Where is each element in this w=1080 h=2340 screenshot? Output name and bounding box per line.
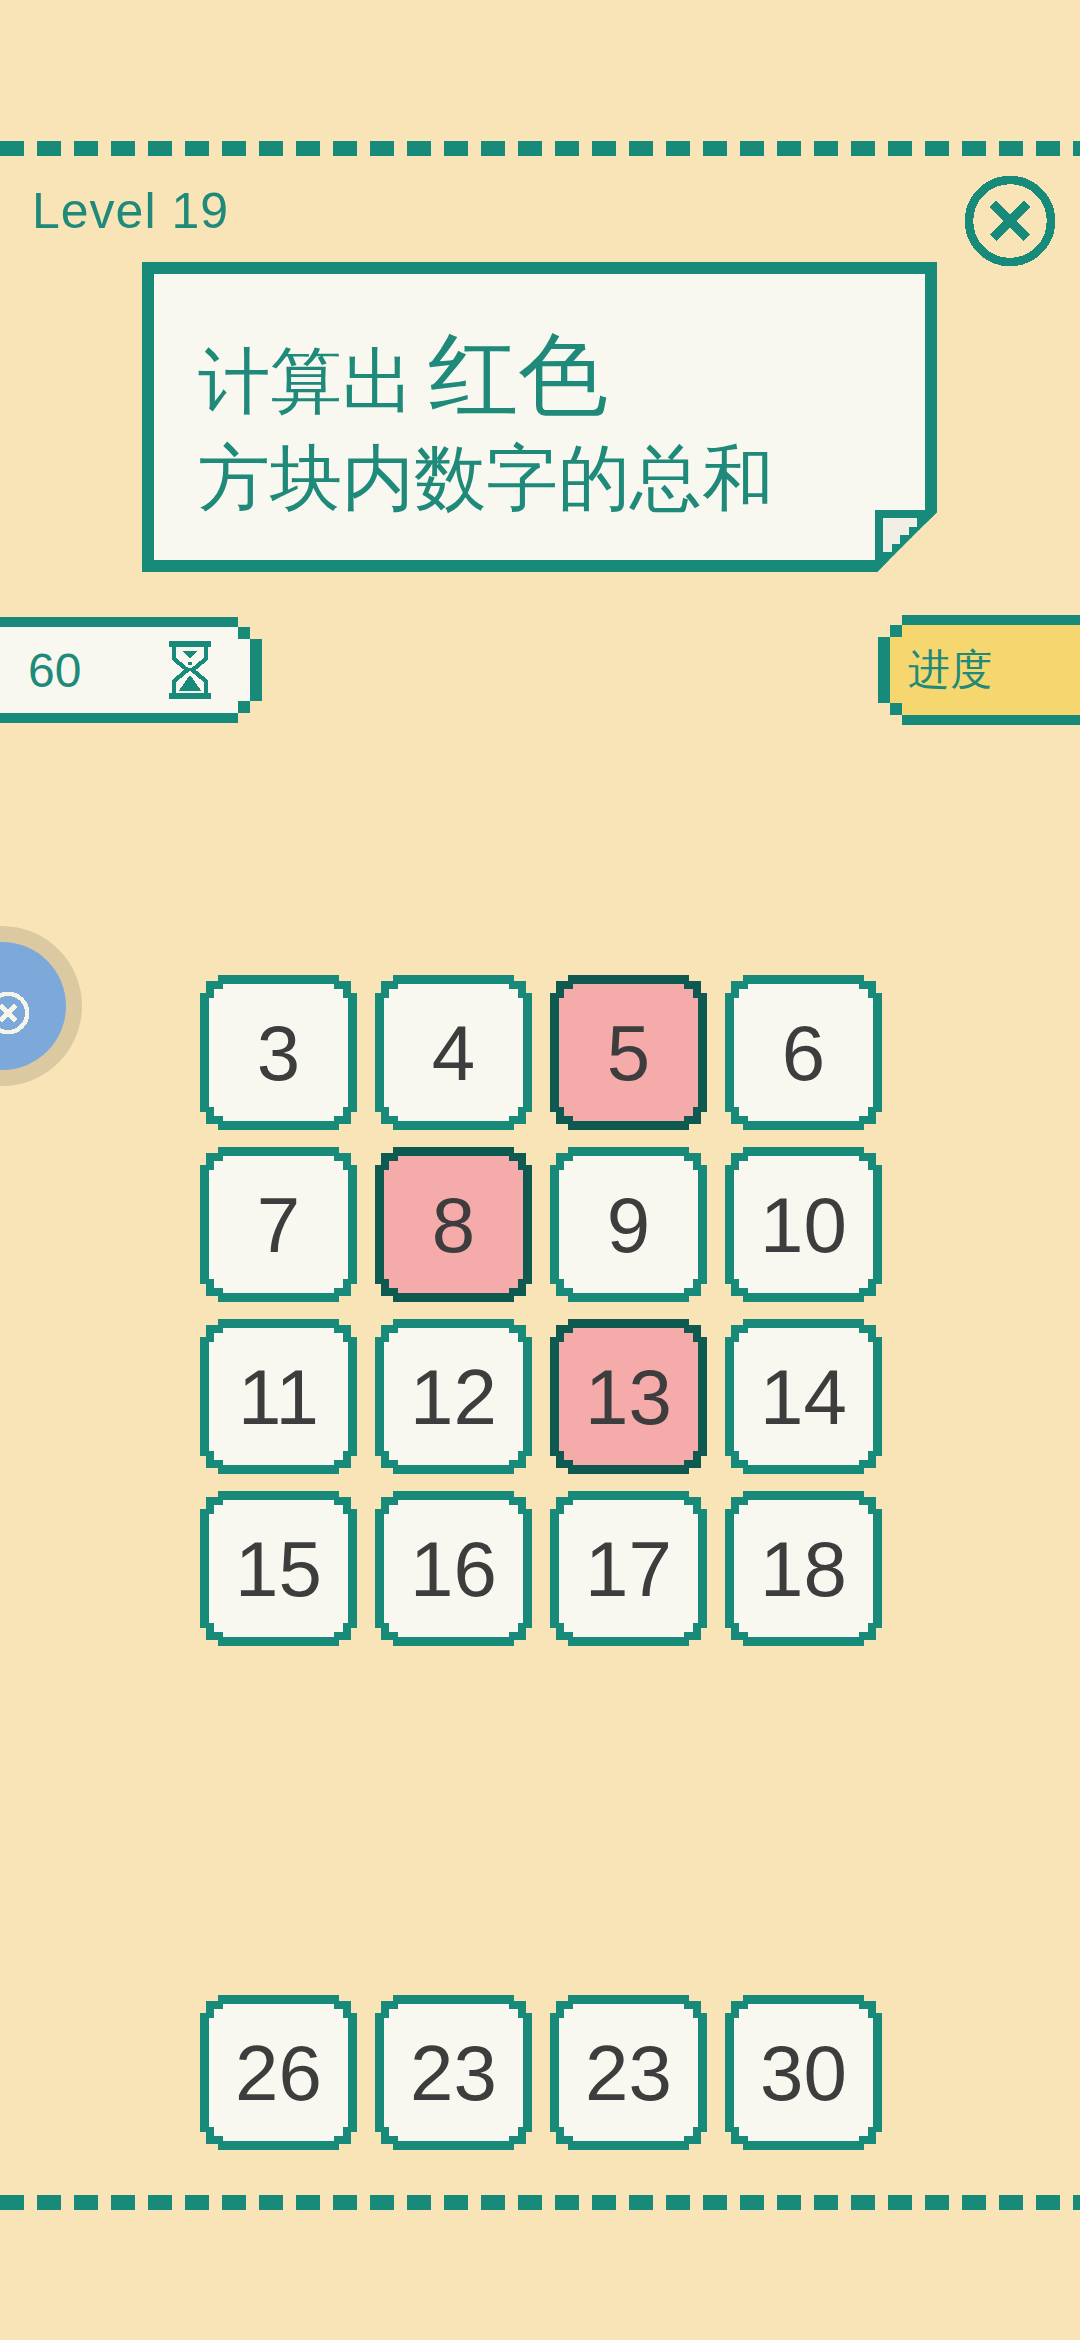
close-circle-icon — [0, 989, 32, 1037]
bottom-dashed-divider — [0, 2195, 1080, 2210]
answer-tile-number: 26 — [235, 2034, 322, 2112]
answer-tile-number: 30 — [760, 2034, 847, 2112]
grid-tile-red-number: 13 — [585, 1358, 672, 1436]
grid-tile-face: 4 — [384, 984, 523, 1121]
grid-tile-number: 10 — [760, 1186, 847, 1264]
answer-tile-face: 23 — [559, 2004, 698, 2141]
instruction-text: 计算出 — [198, 345, 414, 417]
grid-tile: 18 — [725, 1491, 882, 1646]
grid-tile-number: 3 — [257, 1014, 300, 1092]
grid-tile-number: 17 — [585, 1530, 672, 1608]
grid-tile-red: 8 — [375, 1147, 532, 1302]
grid-tile-red-number: 5 — [607, 1014, 650, 1092]
close-circle-icon — [960, 171, 1060, 271]
side-dismiss-button[interactable] — [0, 926, 82, 1086]
grid-tile-face: 9 — [559, 1156, 698, 1293]
grid-tile-number: 11 — [238, 1358, 319, 1436]
grid-tile-number: 7 — [257, 1186, 300, 1264]
instruction-card: 计算出 红色 方块内数字的总和 — [142, 262, 937, 572]
grid-tile-number: 18 — [760, 1530, 847, 1608]
grid-tile-red-face: 8 — [384, 1156, 523, 1293]
grid-tile-face: 10 — [734, 1156, 873, 1293]
grid-tile-red-face: 13 — [559, 1328, 698, 1465]
progress-tab[interactable]: 进度 — [878, 615, 1080, 725]
grid-tile-face: 6 — [734, 984, 873, 1121]
timer-value: 60 — [28, 643, 81, 698]
answer-tile[interactable]: 23 — [375, 1995, 532, 2150]
grid-tile-face: 18 — [734, 1500, 873, 1637]
grid-tile: 11 — [200, 1319, 357, 1474]
instruction-highlight-red: 红色 — [428, 330, 608, 420]
grid-tile: 17 — [550, 1491, 707, 1646]
instruction-text-line2: 方块内数字的总和 — [198, 442, 925, 514]
grid-tile-face: 15 — [209, 1500, 348, 1637]
grid-tile: 4 — [375, 975, 532, 1130]
answer-tile[interactable]: 30 — [725, 1995, 882, 2150]
level-label: Level 19 — [32, 182, 229, 240]
number-grid: 3456789101112131415161718 — [200, 975, 882, 1646]
grid-tile: 6 — [725, 975, 882, 1130]
grid-tile: 9 — [550, 1147, 707, 1302]
grid-tile-face: 12 — [384, 1328, 523, 1465]
grid-tile-face: 11 — [209, 1328, 348, 1465]
grid-tile-number: 14 — [760, 1358, 847, 1436]
answer-options-row: 26232330 — [200, 1995, 882, 2150]
grid-tile: 3 — [200, 975, 357, 1130]
grid-tile-number: 6 — [782, 1014, 825, 1092]
hourglass-icon — [164, 639, 216, 701]
grid-tile-number: 9 — [607, 1186, 650, 1264]
grid-tile: 15 — [200, 1491, 357, 1646]
grid-tile-red: 13 — [550, 1319, 707, 1474]
top-dashed-divider — [0, 141, 1080, 156]
game-screen: Level 19 计算出 红色 方块内数字的总和 — [0, 0, 1080, 2340]
answer-tile-number: 23 — [410, 2034, 497, 2112]
grid-tile-number: 16 — [410, 1530, 497, 1608]
progress-label: 进度 — [908, 642, 992, 698]
grid-tile: 10 — [725, 1147, 882, 1302]
grid-tile: 12 — [375, 1319, 532, 1474]
answer-tile-face: 30 — [734, 2004, 873, 2141]
close-button[interactable] — [960, 171, 1060, 271]
answer-tile[interactable]: 26 — [200, 1995, 357, 2150]
page-fold-corner — [875, 510, 937, 572]
grid-tile-face: 16 — [384, 1500, 523, 1637]
grid-tile-number: 12 — [410, 1358, 497, 1436]
grid-tile: 14 — [725, 1319, 882, 1474]
timer-tab: 60 — [0, 617, 262, 723]
grid-tile-red-face: 5 — [559, 984, 698, 1121]
grid-tile-face: 3 — [209, 984, 348, 1121]
answer-tile[interactable]: 23 — [550, 1995, 707, 2150]
grid-tile: 16 — [375, 1491, 532, 1646]
grid-tile-face: 14 — [734, 1328, 873, 1465]
answer-tile-face: 26 — [209, 2004, 348, 2141]
grid-tile: 7 — [200, 1147, 357, 1302]
grid-tile-face: 17 — [559, 1500, 698, 1637]
grid-tile-red: 5 — [550, 975, 707, 1130]
answer-tile-number: 23 — [585, 2034, 672, 2112]
grid-tile-red-number: 8 — [432, 1186, 475, 1264]
grid-tile-number: 4 — [432, 1014, 475, 1092]
grid-tile-number: 15 — [235, 1530, 322, 1608]
grid-tile-face: 7 — [209, 1156, 348, 1293]
answer-tile-face: 23 — [384, 2004, 523, 2141]
